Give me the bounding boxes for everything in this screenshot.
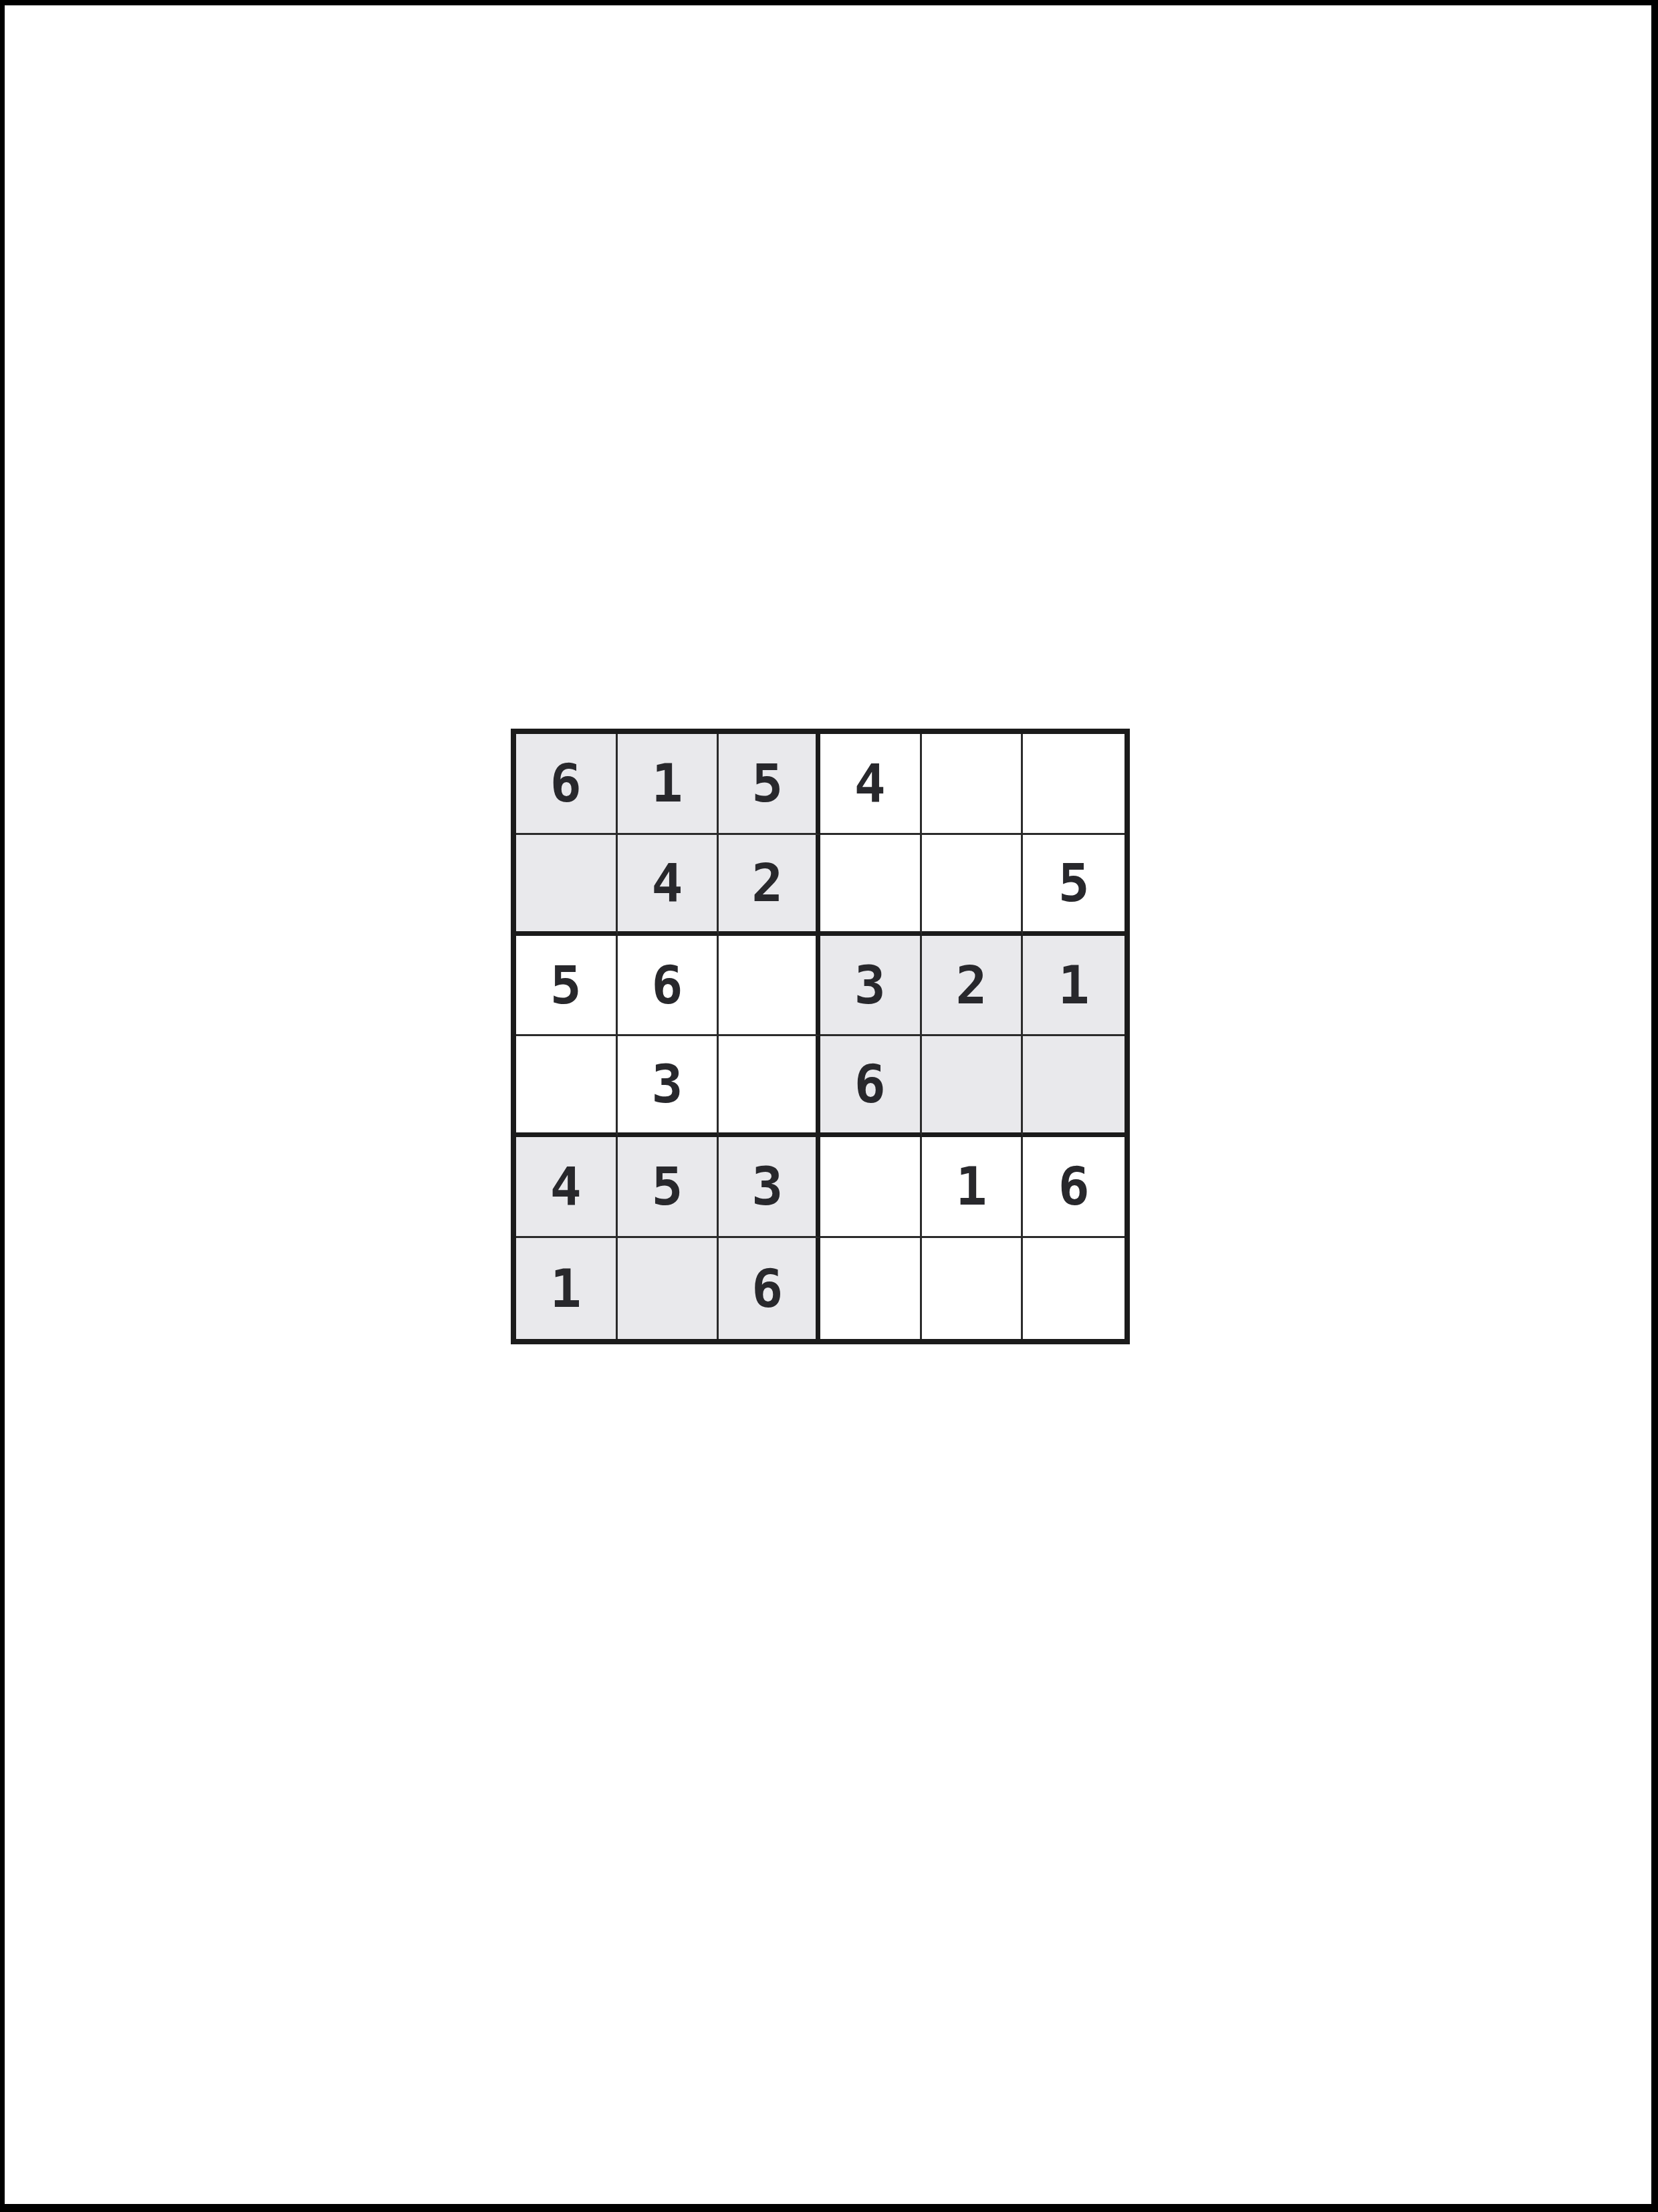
cell-r2c4[interactable] [820,835,922,936]
cell-r5c3[interactable]: 3 [719,1137,820,1238]
page-border-frame: 6 1 5 4 4 2 5 5 6 3 2 1 3 6 4 5 3 1 6 1 [0,0,1658,2212]
cell-r1c4[interactable]: 4 [820,734,922,835]
cell-r1c5[interactable] [922,734,1024,835]
cell-r2c3[interactable]: 2 [719,835,820,936]
cell-r2c6[interactable]: 5 [1023,835,1124,936]
cell-r1c2[interactable]: 1 [618,734,719,835]
cell-r3c1[interactable]: 5 [516,936,618,1037]
cell-r6c4[interactable] [820,1238,922,1339]
cell-r1c3[interactable]: 5 [719,734,820,835]
cell-r6c5[interactable] [922,1238,1024,1339]
cell-r3c6[interactable]: 1 [1023,936,1124,1037]
cell-r1c6[interactable] [1023,734,1124,835]
cell-r4c2[interactable]: 3 [618,1036,719,1137]
cell-r3c2[interactable]: 6 [618,936,719,1037]
cell-r5c2[interactable]: 5 [618,1137,719,1238]
printed-sudoku-page: { "game": "sudoku-6x6", "position": "615… [0,0,1658,2212]
cell-r4c1[interactable] [516,1036,618,1137]
cell-r3c4[interactable]: 3 [820,936,922,1037]
cell-r3c3[interactable] [719,936,820,1037]
cell-r4c5[interactable] [922,1036,1024,1137]
cell-r3c5[interactable]: 2 [922,936,1024,1037]
cell-r4c6[interactable] [1023,1036,1124,1137]
cell-r2c5[interactable] [922,835,1024,936]
cell-r6c1[interactable]: 1 [516,1238,618,1339]
cell-r5c5[interactable]: 1 [922,1137,1024,1238]
cell-r5c1[interactable]: 4 [516,1137,618,1238]
sudoku-board: 6 1 5 4 4 2 5 5 6 3 2 1 3 6 4 5 3 1 6 1 [511,729,1130,1344]
cell-r2c2[interactable]: 4 [618,835,719,936]
cell-r6c3[interactable]: 6 [719,1238,820,1339]
cell-r6c2[interactable] [618,1238,719,1339]
cell-r4c4[interactable]: 6 [820,1036,922,1137]
cell-r2c1[interactable] [516,835,618,936]
cell-r5c4[interactable] [820,1137,922,1238]
cell-r6c6[interactable] [1023,1238,1124,1339]
cell-r1c1[interactable]: 6 [516,734,618,835]
cell-r4c3[interactable] [719,1036,820,1137]
cell-r5c6[interactable]: 6 [1023,1137,1124,1238]
